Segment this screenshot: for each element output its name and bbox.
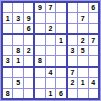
- cell-r7c8-empty[interactable]: [78, 68, 87, 77]
- cell-r8c6-empty[interactable]: [56, 78, 65, 87]
- cell-r2c8-given: 7: [78, 13, 87, 22]
- cell-r9c1-given: 8: [3, 89, 12, 98]
- cell-r8c7-given: 2: [68, 78, 77, 87]
- cell-r4c8-given: 2: [78, 35, 87, 44]
- cell-r4c2-empty[interactable]: [13, 35, 22, 44]
- box-7: 58: [3, 68, 33, 98]
- cell-r8c4-empty[interactable]: [35, 78, 44, 87]
- cell-r5c4-empty[interactable]: [35, 46, 44, 55]
- cell-r3c3-given: 6: [24, 24, 33, 33]
- cell-r8c9-given: 4: [89, 78, 98, 87]
- box-2: 972: [35, 3, 65, 33]
- cell-r5c9-empty[interactable]: [89, 46, 98, 55]
- cell-r6c4-given: 8: [35, 56, 44, 65]
- cell-r5c8-given: 5: [78, 46, 87, 55]
- cell-r2c1-given: 1: [3, 13, 12, 22]
- cell-r4c3-empty[interactable]: [24, 35, 33, 44]
- cell-r2c3-given: 9: [24, 13, 33, 22]
- cell-r9c7-empty[interactable]: [68, 89, 77, 98]
- cell-r3c8-empty[interactable]: [78, 24, 87, 33]
- cell-r6c8-empty[interactable]: [78, 56, 87, 65]
- cell-r3c9-empty[interactable]: [89, 24, 98, 33]
- cell-r7c4-empty[interactable]: [35, 68, 44, 77]
- cell-r6c9-empty[interactable]: [89, 56, 98, 65]
- cell-r7c6-empty[interactable]: [56, 68, 65, 77]
- cell-r8c5-empty[interactable]: [46, 78, 55, 87]
- cell-r6c6-empty[interactable]: [56, 56, 65, 65]
- cell-r4c4-empty[interactable]: [35, 35, 44, 44]
- box-4: 8231: [3, 35, 33, 65]
- cell-r9c5-given: 1: [46, 89, 55, 98]
- cell-r9c9-empty[interactable]: [89, 89, 98, 98]
- cell-r7c1-empty[interactable]: [3, 68, 12, 77]
- cell-r5c7-given: 3: [68, 46, 77, 55]
- cell-r3c2-empty[interactable]: [13, 24, 22, 33]
- cell-r3c5-given: 2: [46, 24, 55, 33]
- cell-r8c2-given: 5: [13, 78, 22, 87]
- cell-r1c9-given: 6: [89, 3, 98, 12]
- cell-r1c6-empty[interactable]: [56, 3, 65, 12]
- cell-r5c6-empty[interactable]: [56, 46, 65, 55]
- cell-r9c8-empty[interactable]: [78, 89, 87, 98]
- cell-r2c2-given: 3: [13, 13, 22, 22]
- cell-r4c9-given: 7: [89, 35, 98, 44]
- cell-r7c3-empty[interactable]: [24, 68, 33, 77]
- cell-r1c5-given: 7: [46, 3, 55, 12]
- cell-r4c6-given: 1: [56, 35, 65, 44]
- cell-r5c3-given: 2: [24, 46, 33, 55]
- cell-r6c7-empty[interactable]: [68, 56, 77, 65]
- cell-r5c5-empty[interactable]: [46, 46, 55, 55]
- cell-r2c6-empty[interactable]: [56, 13, 65, 22]
- cell-r3c7-empty[interactable]: [68, 24, 77, 33]
- cell-r1c8-empty[interactable]: [78, 3, 87, 12]
- box-1: 1396: [3, 3, 33, 33]
- cell-r9c2-empty[interactable]: [13, 89, 22, 98]
- cell-r7c9-empty[interactable]: [89, 68, 98, 77]
- cell-r2c7-empty[interactable]: [68, 13, 77, 22]
- box-6: 2735: [68, 35, 98, 65]
- cell-r5c1-empty[interactable]: [3, 46, 12, 55]
- cell-r1c7-empty[interactable]: [68, 3, 77, 12]
- cell-r8c8-given: 1: [78, 78, 87, 87]
- cell-r6c2-given: 1: [13, 56, 22, 65]
- cell-r6c3-empty[interactable]: [24, 56, 33, 65]
- sudoku-board: 1396972678231182735584167214: [1, 1, 100, 100]
- cell-r5c2-given: 8: [13, 46, 22, 55]
- box-9: 7214: [68, 68, 98, 98]
- cell-r4c7-empty[interactable]: [68, 35, 77, 44]
- cell-r7c7-given: 7: [68, 68, 77, 77]
- cell-r8c3-empty[interactable]: [24, 78, 33, 87]
- cell-r7c2-empty[interactable]: [13, 68, 22, 77]
- cell-r2c9-empty[interactable]: [89, 13, 98, 22]
- cell-r6c1-given: 3: [3, 56, 12, 65]
- cell-r7c5-given: 4: [46, 68, 55, 77]
- cell-r2c5-empty[interactable]: [46, 13, 55, 22]
- cell-r3c1-empty[interactable]: [3, 24, 12, 33]
- cell-r3c4-empty[interactable]: [35, 24, 44, 33]
- box-5: 18: [35, 35, 65, 65]
- box-3: 67: [68, 3, 98, 33]
- cell-r1c1-empty[interactable]: [3, 3, 12, 12]
- cell-r9c4-empty[interactable]: [35, 89, 44, 98]
- cell-r1c2-empty[interactable]: [13, 3, 22, 12]
- cell-r1c3-empty[interactable]: [24, 3, 33, 12]
- cell-r4c1-empty[interactable]: [3, 35, 12, 44]
- box-8: 416: [35, 68, 65, 98]
- sudoku-board-frame: 1396972678231182735584167214: [0, 0, 101, 101]
- cell-r2c4-empty[interactable]: [35, 13, 44, 22]
- cell-r3c6-empty[interactable]: [56, 24, 65, 33]
- cell-r1c4-given: 9: [35, 3, 44, 12]
- cell-r8c1-empty[interactable]: [3, 78, 12, 87]
- cell-r4c5-empty[interactable]: [46, 35, 55, 44]
- cell-r6c5-empty[interactable]: [46, 56, 55, 65]
- cell-r9c3-empty[interactable]: [24, 89, 33, 98]
- cell-r9c6-given: 6: [56, 89, 65, 98]
